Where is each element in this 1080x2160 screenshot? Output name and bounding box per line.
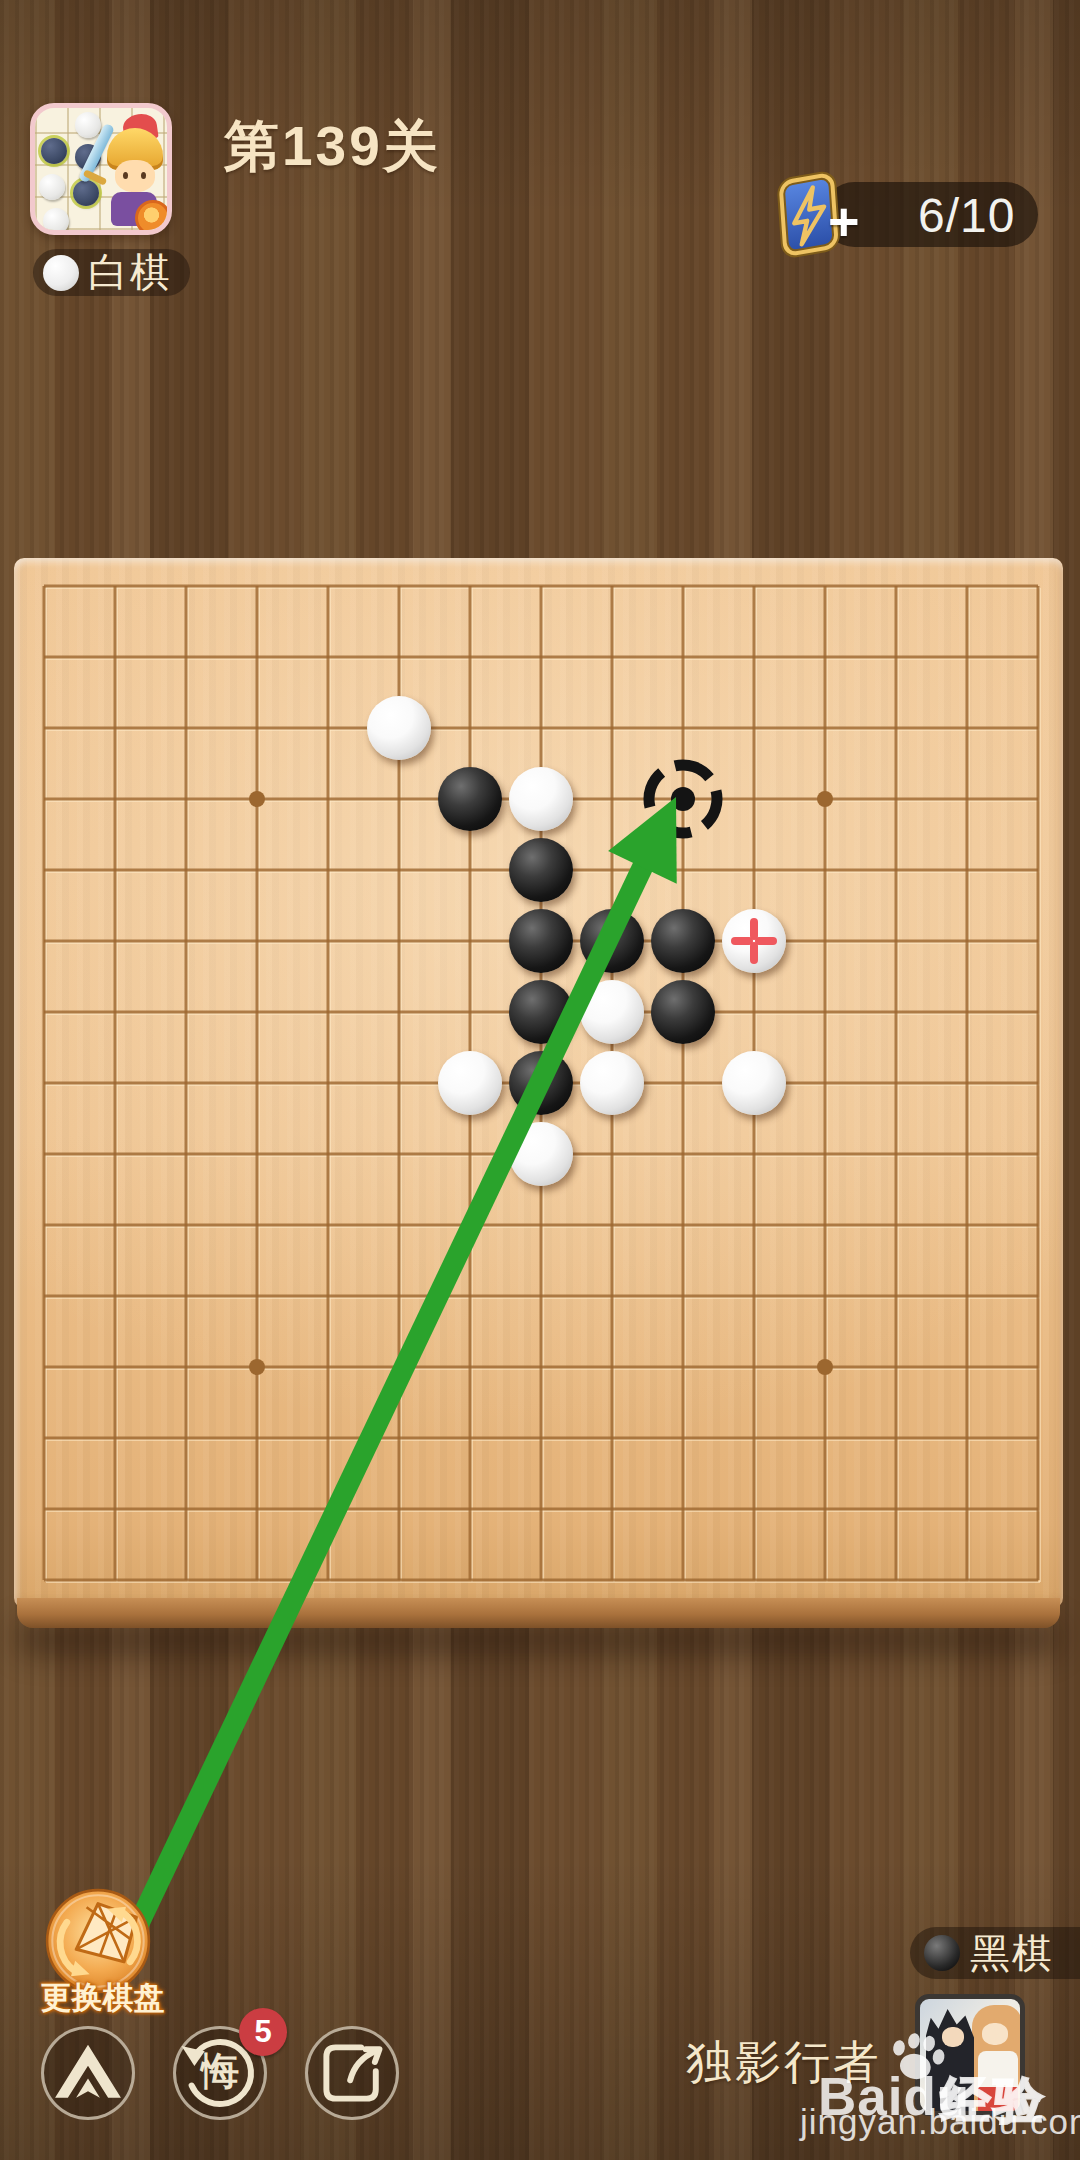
stone-white	[438, 1051, 502, 1115]
stone-black	[438, 767, 502, 831]
stone-white	[367, 696, 431, 760]
stone-white	[580, 980, 644, 1044]
knight-eye	[123, 172, 128, 179]
gomoku-level-screen: 第139关 白棋 6/10 +	[0, 0, 1080, 2160]
stone-white	[509, 1122, 573, 1186]
share-button[interactable]	[305, 2026, 399, 2120]
stone-black	[651, 909, 715, 973]
last-move-cross-marker	[730, 917, 778, 965]
energy-plus: +	[828, 190, 860, 252]
level-title: 第139关	[224, 110, 441, 184]
board[interactable]	[14, 558, 1063, 1608]
opponent-side-label: 黑棋	[970, 1926, 1054, 1981]
avatar-figure	[942, 2027, 964, 2047]
knight-face	[115, 160, 155, 192]
avatar-figure	[978, 2051, 1018, 2116]
stone-black	[509, 909, 573, 973]
avatar-figure	[926, 2009, 974, 2116]
player-avatar	[30, 103, 172, 235]
knight-eye	[141, 172, 146, 179]
stone-white	[580, 1051, 644, 1115]
opponent-avatar	[915, 1994, 1025, 2116]
opponent-name: 独影行者	[686, 2032, 882, 2094]
avatar-figure	[982, 2023, 1008, 2045]
change-board-label: 更换棋盘	[10, 1977, 195, 2019]
avatar-mini-stone-navy	[41, 138, 67, 164]
player-side-badge: 白棋	[33, 249, 190, 296]
black-stone-icon	[924, 1935, 960, 1971]
stone-black	[509, 980, 573, 1044]
share-icon	[309, 2030, 395, 2116]
energy-value: 6/10	[918, 187, 1015, 242]
stone-black	[580, 909, 644, 973]
hint-button[interactable]	[41, 2026, 135, 2120]
hint-chevron-icon	[45, 2030, 131, 2116]
opponent-side-badge: 黑棋	[910, 1927, 1080, 1979]
undo-label: 悔	[201, 2046, 239, 2097]
avatar-mini-stone-navy	[73, 180, 99, 206]
player-side-label: 白棋	[88, 245, 172, 300]
knight-shield	[135, 200, 171, 235]
suggested-move-marker[interactable]	[635, 751, 731, 847]
white-stone-icon	[43, 255, 79, 291]
avatar-mini-stone-white	[43, 208, 69, 234]
stone-black	[651, 980, 715, 1044]
undo-count-badge: 5	[239, 2008, 287, 2056]
stone-white	[509, 767, 573, 831]
stone-black	[509, 838, 573, 902]
avatar-mini-stone-white	[39, 174, 65, 200]
stone-black	[509, 1051, 573, 1115]
avatar-mini-stone-white	[75, 112, 101, 138]
stone-white	[722, 1051, 786, 1115]
